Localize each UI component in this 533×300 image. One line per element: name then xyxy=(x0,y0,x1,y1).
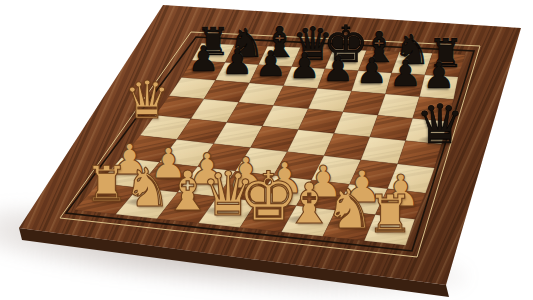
piece-black-pawn-d7[interactable]: ♟ xyxy=(289,49,320,84)
piece-black-queen-spare[interactable]: ♛ xyxy=(416,98,464,152)
piece-black-pawn-b7[interactable]: ♟ xyxy=(221,45,252,80)
piece-black-pawn-c7[interactable]: ♟ xyxy=(255,47,286,82)
piece-white-rook-a1[interactable]: ♜ xyxy=(85,160,129,209)
piece-black-pawn-a7[interactable]: ♟ xyxy=(188,42,219,77)
chess-set-photo: ♜♞♝♛♚♝♞♜♟♟♟♟♟♟♟♟♛♛♟♟♟♟♟♟♜♟♞♟♝♛♚♝♞♜ xyxy=(0,0,533,300)
piece-black-pawn-h7[interactable]: ♟ xyxy=(423,58,455,94)
square-g5[interactable] xyxy=(370,115,413,140)
square-g6[interactable] xyxy=(378,94,420,118)
piece-black-pawn-g7[interactable]: ♟ xyxy=(389,56,421,92)
piece-white-queen-spare[interactable]: ♛ xyxy=(124,74,171,126)
piece-black-pawn-f7[interactable]: ♟ xyxy=(356,54,387,89)
piece-black-pawn-e7[interactable]: ♟ xyxy=(322,52,353,87)
piece-white-rook-h1[interactable]: ♜ xyxy=(367,188,414,240)
